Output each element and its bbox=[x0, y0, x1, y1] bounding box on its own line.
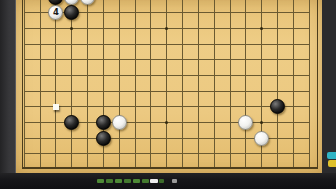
white-stone bbox=[238, 115, 253, 130]
white-stone bbox=[254, 131, 269, 146]
grid-line-horizontal bbox=[24, 44, 310, 45]
white-stone bbox=[64, 0, 79, 5]
grid-line-vertical bbox=[214, 0, 215, 167]
grid-line-horizontal bbox=[24, 91, 310, 92]
white-stone bbox=[112, 115, 127, 130]
black-stone bbox=[64, 5, 79, 20]
grid-line-vertical bbox=[277, 0, 278, 167]
progress-segment[interactable] bbox=[124, 179, 131, 183]
grid-line-vertical bbox=[245, 0, 246, 167]
star-point bbox=[165, 121, 168, 124]
white-stone: 4 bbox=[48, 5, 63, 20]
grid-line-vertical bbox=[55, 0, 56, 167]
grid-line-vertical bbox=[135, 0, 136, 167]
progress-segment[interactable] bbox=[97, 179, 104, 183]
star-point bbox=[165, 27, 168, 30]
progress-segment[interactable] bbox=[133, 179, 140, 183]
grid-line-horizontal bbox=[24, 153, 310, 154]
grid-line-vertical bbox=[293, 0, 294, 167]
grid-line-horizontal bbox=[24, 75, 310, 76]
grid-line-vertical bbox=[24, 0, 25, 167]
square-marker bbox=[53, 104, 59, 110]
go-board[interactable]: 4 bbox=[16, 0, 322, 173]
board-edge-left bbox=[22, 0, 24, 168]
watermark-logo bbox=[327, 152, 336, 159]
watermark-logo bbox=[328, 160, 336, 167]
grid-line-vertical bbox=[150, 0, 151, 167]
star-point bbox=[260, 121, 263, 124]
grid-line-vertical bbox=[40, 0, 41, 167]
progress-segment[interactable] bbox=[172, 179, 177, 183]
black-stone bbox=[96, 115, 111, 130]
black-stone bbox=[270, 99, 285, 114]
grid-line-vertical bbox=[87, 0, 88, 167]
move-number-label: 4 bbox=[49, 6, 62, 19]
grid-line-vertical bbox=[166, 0, 167, 167]
black-stone bbox=[64, 115, 79, 130]
progress-segment[interactable] bbox=[142, 179, 149, 183]
grid-line-vertical bbox=[119, 0, 120, 167]
grid-line-horizontal bbox=[24, 59, 310, 60]
grid-line-vertical bbox=[182, 0, 183, 167]
video-frame: 4 bbox=[0, 0, 336, 189]
grid-line-vertical bbox=[230, 0, 231, 167]
grid-line-vertical bbox=[71, 0, 72, 167]
grid-line-vertical bbox=[198, 0, 199, 167]
left-sidebar bbox=[0, 0, 16, 173]
star-point bbox=[260, 27, 263, 30]
board-edge-bottom bbox=[22, 167, 319, 169]
star-point bbox=[70, 27, 73, 30]
right-strip bbox=[322, 0, 336, 173]
black-stone bbox=[96, 131, 111, 146]
video-control-bar[interactable] bbox=[0, 173, 336, 189]
black-stone bbox=[48, 0, 63, 5]
progress-playhead[interactable] bbox=[150, 179, 158, 183]
white-stone bbox=[80, 0, 95, 5]
grid-line-horizontal bbox=[24, 106, 310, 107]
board-edge-right bbox=[317, 0, 319, 168]
progress-segment[interactable] bbox=[106, 179, 113, 183]
progress-segment[interactable] bbox=[159, 179, 164, 183]
progress-segment[interactable] bbox=[115, 179, 122, 183]
grid-line-vertical bbox=[309, 0, 310, 167]
